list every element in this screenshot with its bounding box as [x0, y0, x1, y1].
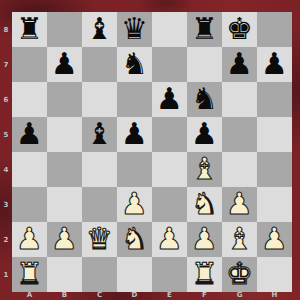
square-g1[interactable]: ♚ [222, 257, 257, 292]
piece-white-rook[interactable]: ♜ [16, 256, 43, 291]
square-e1[interactable] [152, 257, 187, 292]
file-label-f: F [187, 291, 222, 300]
square-c7[interactable] [82, 47, 117, 82]
square-g2[interactable]: ♝ [222, 222, 257, 257]
square-a1[interactable]: ♜ [12, 257, 47, 292]
rank-label-2: 2 [0, 222, 12, 257]
square-c8[interactable]: ♝ [82, 12, 117, 47]
square-g7[interactable]: ♟ [222, 47, 257, 82]
file-label-c: C [82, 291, 117, 300]
square-b2[interactable]: ♟ [47, 222, 82, 257]
piece-white-pawn[interactable]: ♟ [121, 186, 148, 221]
square-h1[interactable] [257, 257, 292, 292]
square-g5[interactable] [222, 117, 257, 152]
file-labels: ABCDEFGH [12, 291, 292, 300]
square-h7[interactable]: ♟ [257, 47, 292, 82]
square-c6[interactable] [82, 82, 117, 117]
square-a6[interactable] [12, 82, 47, 117]
file-label-b: B [47, 291, 82, 300]
piece-black-queen[interactable]: ♛ [121, 11, 148, 46]
piece-black-rook[interactable]: ♜ [16, 11, 43, 46]
file-label-h: H [257, 291, 292, 300]
square-a2[interactable]: ♟ [12, 222, 47, 257]
piece-black-pawn[interactable]: ♟ [16, 116, 43, 151]
square-g4[interactable] [222, 152, 257, 187]
square-b6[interactable] [47, 82, 82, 117]
piece-black-rook[interactable]: ♜ [191, 11, 218, 46]
square-c2[interactable]: ♛ [82, 222, 117, 257]
square-g3[interactable]: ♟ [222, 187, 257, 222]
piece-white-rook[interactable]: ♜ [191, 256, 218, 291]
rank-label-3: 3 [0, 187, 12, 222]
rank-label-8: 8 [0, 12, 12, 47]
square-f5[interactable]: ♟ [187, 117, 222, 152]
square-e7[interactable] [152, 47, 187, 82]
square-h5[interactable] [257, 117, 292, 152]
square-h6[interactable] [257, 82, 292, 117]
square-e2[interactable]: ♟ [152, 222, 187, 257]
piece-white-pawn[interactable]: ♟ [226, 186, 253, 221]
square-c3[interactable] [82, 187, 117, 222]
square-h2[interactable]: ♟ [257, 222, 292, 257]
file-label-a: A [12, 291, 47, 300]
square-a8[interactable]: ♜ [12, 12, 47, 47]
square-d8[interactable]: ♛ [117, 12, 152, 47]
square-g6[interactable] [222, 82, 257, 117]
square-f3[interactable]: ♞ [187, 187, 222, 222]
piece-black-pawn[interactable]: ♟ [121, 116, 148, 151]
square-e8[interactable] [152, 12, 187, 47]
square-b5[interactable] [47, 117, 82, 152]
chess-board: ♜♝♛♜♚♟♞♟♟♟♞♟♝♟♟♝♟♞♟♟♟♛♞♟♟♝♟♜♜♚ [12, 12, 292, 292]
square-b8[interactable] [47, 12, 82, 47]
square-b7[interactable]: ♟ [47, 47, 82, 82]
file-label-g: G [222, 291, 257, 300]
rank-label-7: 7 [0, 47, 12, 82]
square-e5[interactable] [152, 117, 187, 152]
piece-white-pawn[interactable]: ♟ [156, 221, 183, 256]
square-f7[interactable] [187, 47, 222, 82]
square-h4[interactable] [257, 152, 292, 187]
piece-black-knight[interactable]: ♞ [121, 46, 148, 81]
square-d5[interactable]: ♟ [117, 117, 152, 152]
square-a3[interactable] [12, 187, 47, 222]
square-f8[interactable]: ♜ [187, 12, 222, 47]
square-c5[interactable]: ♝ [82, 117, 117, 152]
piece-white-bishop[interactable]: ♝ [226, 221, 253, 256]
file-label-d: D [117, 291, 152, 300]
square-f6[interactable]: ♞ [187, 82, 222, 117]
piece-black-pawn[interactable]: ♟ [226, 46, 253, 81]
square-c4[interactable] [82, 152, 117, 187]
piece-black-bishop[interactable]: ♝ [86, 116, 113, 151]
square-f1[interactable]: ♜ [187, 257, 222, 292]
piece-black-pawn[interactable]: ♟ [156, 81, 183, 116]
piece-white-knight[interactable]: ♞ [191, 186, 218, 221]
rank-label-6: 6 [0, 82, 12, 117]
piece-black-pawn[interactable]: ♟ [51, 46, 78, 81]
square-e4[interactable] [152, 152, 187, 187]
piece-white-pawn[interactable]: ♟ [261, 221, 288, 256]
piece-white-pawn[interactable]: ♟ [51, 221, 78, 256]
piece-black-pawn[interactable]: ♟ [261, 46, 288, 81]
rank-label-4: 4 [0, 152, 12, 187]
square-a5[interactable]: ♟ [12, 117, 47, 152]
piece-white-bishop[interactable]: ♝ [191, 151, 218, 186]
piece-black-pawn[interactable]: ♟ [191, 116, 218, 151]
piece-white-pawn[interactable]: ♟ [16, 221, 43, 256]
piece-white-knight[interactable]: ♞ [121, 221, 148, 256]
file-label-e: E [152, 291, 187, 300]
rank-label-1: 1 [0, 257, 12, 292]
square-d3[interactable]: ♟ [117, 187, 152, 222]
piece-black-knight[interactable]: ♞ [191, 81, 218, 116]
square-d6[interactable] [117, 82, 152, 117]
piece-white-pawn[interactable]: ♟ [191, 221, 218, 256]
square-e6[interactable]: ♟ [152, 82, 187, 117]
rank-label-5: 5 [0, 117, 12, 152]
square-f4[interactable]: ♝ [187, 152, 222, 187]
square-b4[interactable] [47, 152, 82, 187]
square-a7[interactable] [12, 47, 47, 82]
square-d1[interactable] [117, 257, 152, 292]
square-e3[interactable] [152, 187, 187, 222]
square-a4[interactable] [12, 152, 47, 187]
square-d2[interactable]: ♞ [117, 222, 152, 257]
square-c1[interactable] [82, 257, 117, 292]
piece-white-queen[interactable]: ♛ [86, 221, 113, 256]
square-d4[interactable] [117, 152, 152, 187]
square-f2[interactable]: ♟ [187, 222, 222, 257]
rank-labels: 87654321 [0, 12, 12, 292]
piece-black-king[interactable]: ♚ [226, 11, 253, 46]
square-b3[interactable] [47, 187, 82, 222]
piece-white-king[interactable]: ♚ [226, 256, 253, 291]
square-d7[interactable]: ♞ [117, 47, 152, 82]
square-h8[interactable] [257, 12, 292, 47]
square-g8[interactable]: ♚ [222, 12, 257, 47]
chess-board-frame: 87654321 ♜♝♛♜♚♟♞♟♟♟♞♟♝♟♟♝♟♞♟♟♟♛♞♟♟♝♟♜♜♚ … [0, 0, 300, 300]
square-b1[interactable] [47, 257, 82, 292]
square-h3[interactable] [257, 187, 292, 222]
piece-black-bishop[interactable]: ♝ [86, 11, 113, 46]
